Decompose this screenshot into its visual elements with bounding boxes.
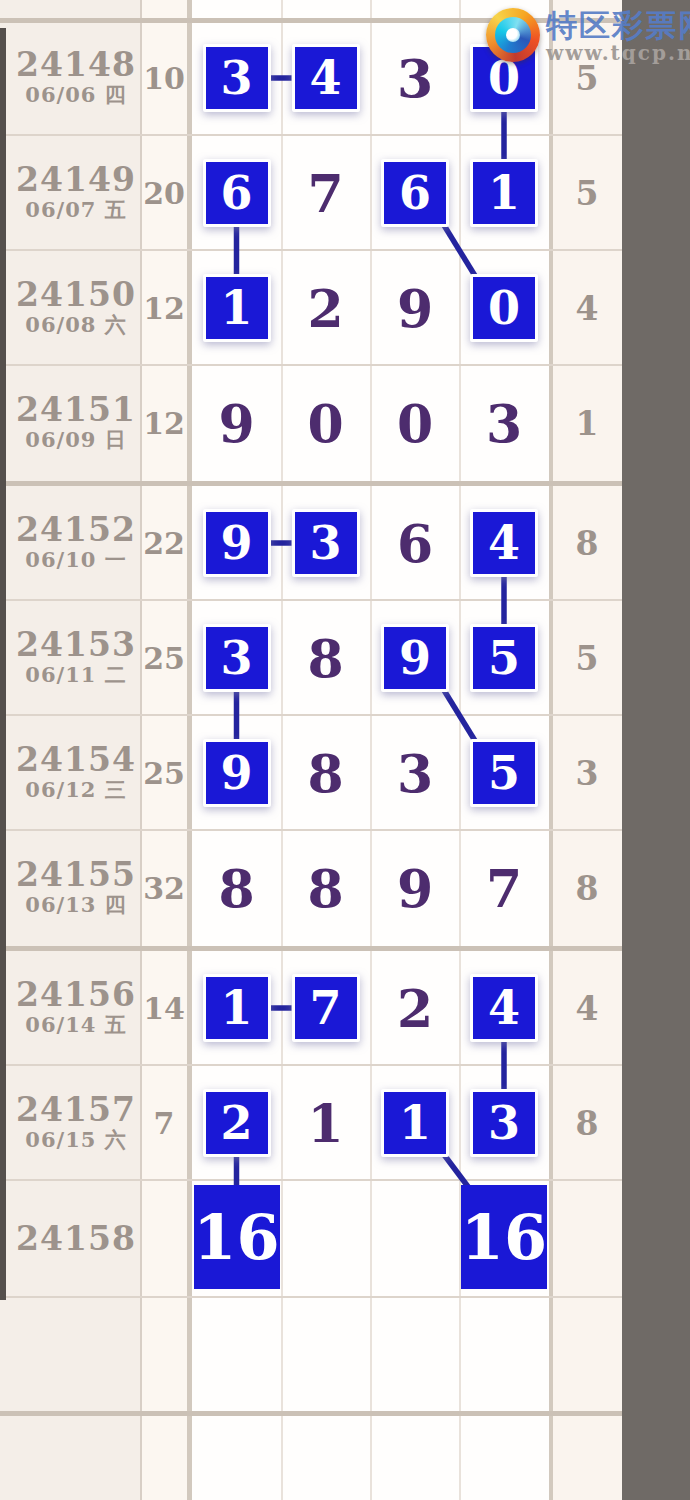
miss-count: 12 <box>143 291 185 326</box>
date-label: 06/06 四 <box>25 81 126 109</box>
site-logo-text: 特区彩票网 www.tqcp.net <box>546 8 690 63</box>
highlighted-digit-box: 9 <box>203 739 271 807</box>
digit-cell: 8 <box>218 858 254 919</box>
highlighted-digit-box: 9 <box>203 509 271 577</box>
issue-label: 24150 <box>16 275 136 314</box>
date-label: 06/08 六 <box>25 311 126 339</box>
digit-cell: 3 <box>397 48 433 109</box>
site-name: 特区彩票网 <box>546 8 690 42</box>
miss-count: 25 <box>143 756 185 791</box>
digit-cell: 2 <box>307 278 343 339</box>
highlighted-digit-box: 2 <box>203 1089 271 1157</box>
highlighted-digit-box: 3 <box>292 509 360 577</box>
highlighted-digit-box: 1 <box>470 159 538 227</box>
date-label: 06/12 三 <box>25 776 126 804</box>
miss-count: 12 <box>143 406 185 441</box>
tail-count: 3 <box>576 754 599 793</box>
highlighted-digit-box: 6 <box>381 159 449 227</box>
miss-count: 20 <box>143 176 185 211</box>
digit-cell: 1 <box>307 1093 343 1154</box>
big-sum-box: 16 <box>194 1185 280 1289</box>
issue-label: 24158 <box>16 1219 136 1258</box>
digit-cell: 7 <box>486 858 522 919</box>
highlighted-digit-box: 1 <box>203 974 271 1042</box>
digit-cell: 2 <box>397 978 433 1039</box>
miss-count: 10 <box>143 61 185 96</box>
miss-count: 32 <box>143 871 185 906</box>
site-logo-swirl-icon <box>486 8 540 62</box>
digit-cell: 6 <box>397 513 433 574</box>
digit-cell: 0 <box>397 393 433 454</box>
miss-count: 22 <box>143 526 185 561</box>
big-sum-box: 16 <box>461 1185 547 1289</box>
digit-cell: 9 <box>397 278 433 339</box>
highlighted-digit-box: 4 <box>470 509 538 577</box>
issue-label: 24157 <box>16 1090 136 1129</box>
highlighted-digit-box: 7 <box>292 974 360 1042</box>
miss-count: 25 <box>143 641 185 676</box>
tail-count: 1 <box>576 404 599 443</box>
digit-cell: 0 <box>307 393 343 454</box>
highlighted-digit-box: 3 <box>470 1089 538 1157</box>
tail-count: 4 <box>576 989 599 1028</box>
issue-label: 24149 <box>16 160 136 199</box>
date-label: 06/13 四 <box>25 891 126 919</box>
site-logo-swirl-core <box>506 28 520 42</box>
date-label: 06/10 一 <box>25 546 126 574</box>
issue-label: 24148 <box>16 45 136 84</box>
date-label: 06/07 五 <box>25 196 126 224</box>
digit-cell: 7 <box>307 163 343 224</box>
digit-cell: 9 <box>218 393 254 454</box>
trend-table: 2414806/06 四10534302414906/07 五205676124… <box>0 0 690 1500</box>
miss-count: 14 <box>143 991 185 1026</box>
site-logo[interactable]: 特区彩票网 www.tqcp.net <box>486 8 690 63</box>
issue-label: 24156 <box>16 975 136 1014</box>
digit-cell: 8 <box>307 628 343 689</box>
left-edge-strip <box>0 28 6 1300</box>
highlighted-digit-box: 9 <box>381 624 449 692</box>
tail-count: 4 <box>576 289 599 328</box>
highlighted-digit-box: 5 <box>470 624 538 692</box>
date-label: 06/09 日 <box>25 426 126 454</box>
digit-cell: 8 <box>307 858 343 919</box>
miss-count: 7 <box>154 1106 175 1141</box>
tail-count: 8 <box>576 869 599 908</box>
highlighted-digit-box: 3 <box>203 44 271 112</box>
date-label: 06/15 六 <box>25 1126 126 1154</box>
highlighted-digit-box: 4 <box>470 974 538 1042</box>
digit-cell: 9 <box>397 858 433 919</box>
highlighted-digit-box: 3 <box>203 624 271 692</box>
highlighted-digit-box: 0 <box>470 274 538 342</box>
highlighted-digit-box: 1 <box>203 274 271 342</box>
site-url: www.tqcp.net <box>546 43 690 63</box>
digit-cell: 8 <box>307 743 343 804</box>
tail-count: 5 <box>576 639 599 678</box>
highlighted-digit-box: 1 <box>381 1089 449 1157</box>
digit-cell: 3 <box>397 743 433 804</box>
highlighted-digit-box: 4 <box>292 44 360 112</box>
issue-label: 24151 <box>16 390 136 429</box>
highlighted-digit-box: 6 <box>203 159 271 227</box>
issue-label: 24155 <box>16 855 136 894</box>
date-label: 06/14 五 <box>25 1011 126 1039</box>
tail-count: 8 <box>576 1104 599 1143</box>
date-label: 06/11 二 <box>25 661 126 689</box>
issue-label: 24152 <box>16 510 136 549</box>
issue-label: 24154 <box>16 740 136 779</box>
digit-cell: 3 <box>486 393 522 454</box>
tail-count: 5 <box>576 174 599 213</box>
tail-count: 8 <box>576 524 599 563</box>
issue-label: 24153 <box>16 625 136 664</box>
highlighted-digit-box: 5 <box>470 739 538 807</box>
